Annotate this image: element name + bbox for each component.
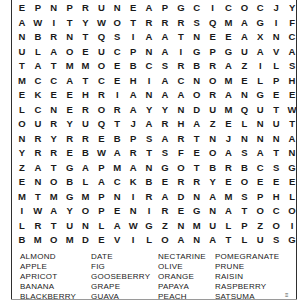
grid-cell-r11c16[interactable]: A [252, 146, 268, 160]
grid-cell-r12c5[interactable]: A [78, 160, 94, 174]
grid-cell-r14c12[interactable]: N [189, 189, 205, 203]
grid-cell-r11c7[interactable]: A [109, 146, 125, 160]
grid-cell-r2c9[interactable]: R [141, 15, 157, 29]
grid-cell-r9c5[interactable]: U [78, 117, 94, 131]
grid-cell-r4c13[interactable]: P [205, 44, 221, 58]
grid-cell-r12c11[interactable]: O [173, 160, 189, 174]
grid-cell-r2c10[interactable]: R [157, 15, 173, 29]
grid-cell-r3c6[interactable]: Q [93, 30, 109, 44]
grid-cell-r4c18[interactable]: A [284, 44, 300, 58]
grid-cell-r3c5[interactable]: T [78, 30, 94, 44]
grid-cell-r10c4[interactable]: R [62, 131, 78, 145]
grid-cell-r13c3[interactable]: O [46, 175, 62, 189]
grid-cell-r17c18[interactable]: G [284, 233, 300, 247]
grid-cell-r15c2[interactable]: W [30, 204, 46, 218]
grid-cell-r8c7[interactable]: R [109, 102, 125, 116]
grid-cell-r16c13[interactable]: U [205, 218, 221, 232]
grid-cell-r1c9[interactable]: A [141, 1, 157, 15]
grid-cell-r2c4[interactable]: T [62, 15, 78, 29]
grid-cell-r1c11[interactable]: G [173, 1, 189, 15]
grid-cell-r12c16[interactable]: C [252, 160, 268, 174]
grid-cell-r15c18[interactable]: O [284, 204, 300, 218]
grid-cell-r2c15[interactable]: A [236, 15, 252, 29]
grid-cell-r16c3[interactable]: T [46, 218, 62, 232]
grid-cell-r12c15[interactable]: B [236, 160, 252, 174]
grid-cell-r15c6[interactable]: P [93, 204, 109, 218]
grid-cell-r2c5[interactable]: Y [78, 15, 94, 29]
grid-cell-r13c6[interactable]: A [93, 175, 109, 189]
grid-cell-r16c12[interactable]: M [189, 218, 205, 232]
grid-cell-r17c2[interactable]: M [30, 233, 46, 247]
grid-cell-r15c5[interactable]: O [78, 204, 94, 218]
grid-cell-r12c13[interactable]: B [205, 160, 221, 174]
grid-cell-r17c14[interactable]: T [221, 233, 237, 247]
grid-cell-r9c6[interactable]: Q [93, 117, 109, 131]
grid-cell-r8c8[interactable]: A [125, 102, 141, 116]
grid-cell-r5c2[interactable]: A [30, 59, 46, 73]
grid-cell-r3c3[interactable]: R [46, 30, 62, 44]
grid-cell-r7c10[interactable]: A [157, 88, 173, 102]
grid-cell-r14c15[interactable]: S [236, 189, 252, 203]
grid-cell-r7c18[interactable]: E [284, 88, 300, 102]
grid-cell-r11c10[interactable]: S [157, 146, 173, 160]
grid-cell-r10c6[interactable]: E [93, 131, 109, 145]
grid-cell-r14c7[interactable]: N [109, 189, 125, 203]
grid-cell-r6c13[interactable]: O [205, 73, 221, 87]
grid-cell-r10c17[interactable]: N [268, 131, 284, 145]
grid-cell-r4c14[interactable]: G [221, 44, 237, 58]
grid-cell-r10c15[interactable]: N [236, 131, 252, 145]
grid-cell-r16c11[interactable]: N [173, 218, 189, 232]
grid-cell-r17c6[interactable]: E [93, 233, 109, 247]
grid-cell-r14c8[interactable]: I [125, 189, 141, 203]
grid-cell-r2c11[interactable]: R [173, 15, 189, 29]
grid-cell-r8c1[interactable]: L [14, 102, 30, 116]
grid-cell-r5c7[interactable]: E [109, 59, 125, 73]
grid-cell-r6c18[interactable]: H [284, 73, 300, 87]
grid-cell-r14c9[interactable]: R [141, 189, 157, 203]
grid-cell-r5c14[interactable]: A [221, 59, 237, 73]
grid-cell-r9c7[interactable]: T [109, 117, 125, 131]
grid-cell-r8c12[interactable]: D [189, 102, 205, 116]
grid-cell-r16c5[interactable]: N [78, 218, 94, 232]
grid-cell-r3c17[interactable]: N [268, 30, 284, 44]
grid-cell-r5c18[interactable]: S [284, 59, 300, 73]
grid-cell-r10c14[interactable]: J [221, 131, 237, 145]
grid-cell-r8c14[interactable]: M [221, 102, 237, 116]
grid-cell-r17c4[interactable]: M [62, 233, 78, 247]
grid-cell-r17c5[interactable]: D [78, 233, 94, 247]
grid-cell-r8c16[interactable]: U [252, 102, 268, 116]
grid-cell-r10c8[interactable]: P [125, 131, 141, 145]
grid-cell-r14c2[interactable]: T [30, 189, 46, 203]
grid-cell-r16c8[interactable]: W [125, 218, 141, 232]
grid-cell-r1c15[interactable]: O [236, 1, 252, 15]
grid-cell-r4c15[interactable]: U [236, 44, 252, 58]
grid-cell-r4c12[interactable]: G [189, 44, 205, 58]
grid-cell-r3c13[interactable]: E [205, 30, 221, 44]
grid-cell-r14c10[interactable]: A [157, 189, 173, 203]
grid-cell-r7c16[interactable]: G [252, 88, 268, 102]
grid-cell-r17c1[interactable]: B [14, 233, 30, 247]
grid-cell-r9c17[interactable]: U [268, 117, 284, 131]
grid-cell-r11c13[interactable]: O [205, 146, 221, 160]
grid-cell-r4c9[interactable]: N [141, 44, 157, 58]
grid-cell-r8c11[interactable]: N [173, 102, 189, 116]
grid-cell-r3c18[interactable]: C [284, 30, 300, 44]
grid-cell-r12c8[interactable]: A [125, 160, 141, 174]
grid-cell-r2c12[interactable]: S [189, 15, 205, 29]
grid-cell-r10c16[interactable]: N [252, 131, 268, 145]
grid-cell-r11c9[interactable]: T [141, 146, 157, 160]
grid-cell-r1c3[interactable]: N [46, 1, 62, 15]
grid-cell-r14c5[interactable]: M [78, 189, 94, 203]
grid-cell-r15c8[interactable]: N [125, 204, 141, 218]
grid-cell-r11c6[interactable]: W [93, 146, 109, 160]
grid-cell-r13c18[interactable]: E [284, 175, 300, 189]
grid-cell-r1c18[interactable]: Y [284, 1, 300, 15]
grid-cell-r3c4[interactable]: N [62, 30, 78, 44]
grid-cell-r4c7[interactable]: C [109, 44, 125, 58]
grid-cell-r17c9[interactable]: L [141, 233, 157, 247]
grid-cell-r15c7[interactable]: E [109, 204, 125, 218]
grid-cell-r2c14[interactable]: M [221, 15, 237, 29]
grid-cell-r16c6[interactable]: L [93, 218, 109, 232]
grid-cell-r2c13[interactable]: Q [205, 15, 221, 29]
grid-cell-r7c7[interactable]: I [109, 88, 125, 102]
grid-cell-r6c2[interactable]: C [30, 73, 46, 87]
grid-cell-r2c17[interactable]: I [268, 15, 284, 29]
grid-cell-r9c9[interactable]: A [141, 117, 157, 131]
grid-cell-r13c12[interactable]: R [189, 175, 205, 189]
grid-cell-r15c4[interactable]: Y [62, 204, 78, 218]
grid-cell-r6c5[interactable]: T [78, 73, 94, 87]
grid-cell-r14c6[interactable]: P [93, 189, 109, 203]
grid-cell-r1c12[interactable]: C [189, 1, 205, 15]
grid-cell-r11c1[interactable]: Y [14, 146, 30, 160]
grid-cell-r11c17[interactable]: T [268, 146, 284, 160]
grid-cell-r14c14[interactable]: M [221, 189, 237, 203]
grid-cell-r9c10[interactable]: R [157, 117, 173, 131]
grid-cell-r4c8[interactable]: P [125, 44, 141, 58]
grid-cell-r9c16[interactable]: N [252, 117, 268, 131]
grid-cell-r8c5[interactable]: R [78, 102, 94, 116]
grid-cell-r7c11[interactable]: A [173, 88, 189, 102]
grid-cell-r3c14[interactable]: E [221, 30, 237, 44]
grid-cell-r8c3[interactable]: N [46, 102, 62, 116]
grid-cell-r14c13[interactable]: A [205, 189, 221, 203]
grid-cell-r17c10[interactable]: O [157, 233, 173, 247]
grid-cell-r15c9[interactable]: I [141, 204, 157, 218]
grid-cell-r6c17[interactable]: P [268, 73, 284, 87]
grid-cell-r6c4[interactable]: A [62, 73, 78, 87]
grid-cell-r2c3[interactable]: I [46, 15, 62, 29]
grid-cell-r10c10[interactable]: A [157, 131, 173, 145]
grid-cell-r3c9[interactable]: A [141, 30, 157, 44]
grid-cell-r12c1[interactable]: Z [14, 160, 30, 174]
grid-cell-r6c1[interactable]: M [14, 73, 30, 87]
grid-cell-r4c10[interactable]: A [157, 44, 173, 58]
grid-cell-r3c16[interactable]: X [252, 30, 268, 44]
grid-cell-r16c14[interactable]: L [221, 218, 237, 232]
grid-cell-r12c2[interactable]: A [30, 160, 46, 174]
grid-cell-r14c3[interactable]: M [46, 189, 62, 203]
grid-cell-r2c7[interactable]: O [109, 15, 125, 29]
grid-cell-r1c14[interactable]: C [221, 1, 237, 15]
grid-cell-r6c14[interactable]: M [221, 73, 237, 87]
grid-cell-r5c10[interactable]: S [157, 59, 173, 73]
grid-cell-r11c18[interactable]: N [284, 146, 300, 160]
grid-cell-r6c8[interactable]: H [125, 73, 141, 87]
grid-cell-r1c8[interactable]: E [125, 1, 141, 15]
grid-cell-r12c14[interactable]: R [221, 160, 237, 174]
grid-cell-r1c16[interactable]: C [252, 1, 268, 15]
grid-cell-r17c15[interactable]: L [236, 233, 252, 247]
grid-cell-r9c18[interactable]: T [284, 117, 300, 131]
grid-cell-r9c11[interactable]: H [173, 117, 189, 131]
grid-cell-r10c13[interactable]: N [205, 131, 221, 145]
grid-cell-r13c2[interactable]: N [30, 175, 46, 189]
grid-cell-r13c13[interactable]: Y [205, 175, 221, 189]
grid-cell-r6c10[interactable]: A [157, 73, 173, 87]
grid-cell-r5c12[interactable]: B [189, 59, 205, 73]
grid-cell-r6c15[interactable]: E [236, 73, 252, 87]
grid-cell-r3c10[interactable]: A [157, 30, 173, 44]
grid-cell-r13c10[interactable]: E [157, 175, 173, 189]
grid-cell-r8c10[interactable]: Y [157, 102, 173, 116]
grid-cell-r13c1[interactable]: E [14, 175, 30, 189]
grid-cell-r11c12[interactable]: E [189, 146, 205, 160]
grid-cell-r7c5[interactable]: H [78, 88, 94, 102]
grid-cell-r11c2[interactable]: R [30, 146, 46, 160]
grid-cell-r10c5[interactable]: R [78, 131, 94, 145]
grid-cell-r7c14[interactable]: A [221, 88, 237, 102]
grid-cell-r1c13[interactable]: I [205, 1, 221, 15]
grid-cell-r9c3[interactable]: R [46, 117, 62, 131]
grid-cell-r15c16[interactable]: O [252, 204, 268, 218]
grid-cell-r15c1[interactable]: I [14, 204, 30, 218]
grid-cell-r7c3[interactable]: E [46, 88, 62, 102]
grid-cell-r15c13[interactable]: N [205, 204, 221, 218]
grid-cell-r9c2[interactable]: U [30, 117, 46, 131]
grid-cell-r7c15[interactable]: N [236, 88, 252, 102]
grid-cell-r10c7[interactable]: B [109, 131, 125, 145]
grid-cell-r7c13[interactable]: R [205, 88, 221, 102]
grid-cell-r16c10[interactable]: Z [157, 218, 173, 232]
grid-cell-r9c4[interactable]: Y [62, 117, 78, 131]
grid-cell-r6c7[interactable]: E [109, 73, 125, 87]
grid-cell-r2c16[interactable]: G [252, 15, 268, 29]
grid-cell-r5c5[interactable]: M [78, 59, 94, 73]
grid-cell-r14c1[interactable]: M [14, 189, 30, 203]
grid-cell-r13c8[interactable]: K [125, 175, 141, 189]
grid-cell-r11c15[interactable]: S [236, 146, 252, 160]
grid-cell-r17c16[interactable]: U [252, 233, 268, 247]
grid-cell-r7c2[interactable]: K [30, 88, 46, 102]
grid-cell-r11c8[interactable]: R [125, 146, 141, 160]
grid-cell-r4c6[interactable]: U [93, 44, 109, 58]
grid-cell-r10c11[interactable]: R [173, 131, 189, 145]
grid-cell-r1c6[interactable]: U [93, 1, 109, 15]
grid-cell-r5c1[interactable]: T [14, 59, 30, 73]
grid-cell-r14c18[interactable]: L [284, 189, 300, 203]
grid-cell-r13c7[interactable]: C [109, 175, 125, 189]
grid-cell-r15c12[interactable]: G [189, 204, 205, 218]
grid-cell-r6c9[interactable]: I [141, 73, 157, 87]
grid-cell-r13c11[interactable]: R [173, 175, 189, 189]
grid-cell-r14c17[interactable]: H [268, 189, 284, 203]
grid-cell-r5c15[interactable]: Z [236, 59, 252, 73]
grid-cell-r13c16[interactable]: E [252, 175, 268, 189]
grid-cell-r11c4[interactable]: E [62, 146, 78, 160]
grid-cell-r4c11[interactable]: I [173, 44, 189, 58]
grid-cell-r4c2[interactable]: L [30, 44, 46, 58]
grid-cell-r6c11[interactable]: C [173, 73, 189, 87]
grid-cell-r11c11[interactable]: F [173, 146, 189, 160]
grid-cell-r5c4[interactable]: M [62, 59, 78, 73]
grid-cell-r3c2[interactable]: B [30, 30, 46, 44]
grid-cell-r1c5[interactable]: R [78, 1, 94, 15]
grid-cell-r6c3[interactable]: C [46, 73, 62, 87]
grid-cell-r5c3[interactable]: T [46, 59, 62, 73]
grid-cell-r9c1[interactable]: O [14, 117, 30, 131]
grid-cell-r15c14[interactable]: A [221, 204, 237, 218]
grid-cell-r9c13[interactable]: Z [205, 117, 221, 131]
grid-cell-r8c6[interactable]: O [93, 102, 109, 116]
grid-cell-r5c6[interactable]: O [93, 59, 109, 73]
grid-cell-r5c13[interactable]: R [205, 59, 221, 73]
grid-cell-r10c2[interactable]: R [30, 131, 46, 145]
grid-cell-r11c14[interactable]: A [221, 146, 237, 160]
grid-cell-r1c2[interactable]: P [30, 1, 46, 15]
grid-cell-r16c15[interactable]: P [236, 218, 252, 232]
grid-cell-r7c1[interactable]: E [14, 88, 30, 102]
grid-cell-r15c3[interactable]: A [46, 204, 62, 218]
grid-cell-r11c5[interactable]: B [78, 146, 94, 160]
grid-cell-r6c16[interactable]: L [252, 73, 268, 87]
grid-cell-r8c2[interactable]: C [30, 102, 46, 116]
grid-cell-r10c18[interactable]: A [284, 131, 300, 145]
grid-cell-r16c4[interactable]: U [62, 218, 78, 232]
grid-cell-r16c18[interactable]: I [284, 218, 300, 232]
grid-cell-r17c7[interactable]: V [109, 233, 125, 247]
grid-cell-r6c6[interactable]: C [93, 73, 109, 87]
grid-cell-r4c1[interactable]: U [14, 44, 30, 58]
grid-cell-r6c12[interactable]: N [189, 73, 205, 87]
grid-cell-r13c9[interactable]: B [141, 175, 157, 189]
grid-cell-r7c8[interactable]: A [125, 88, 141, 102]
grid-cell-r7c4[interactable]: E [62, 88, 78, 102]
grid-cell-r11c3[interactable]: R [46, 146, 62, 160]
grid-cell-r17c17[interactable]: S [268, 233, 284, 247]
grid-cell-r14c16[interactable]: P [252, 189, 268, 203]
grid-cell-r17c3[interactable]: O [46, 233, 62, 247]
grid-cell-r4c16[interactable]: A [252, 44, 268, 58]
grid-cell-r8c18[interactable]: W [284, 102, 300, 116]
grid-cell-r13c17[interactable]: E [268, 175, 284, 189]
grid-cell-r16c16[interactable]: Z [252, 218, 268, 232]
grid-cell-r12c10[interactable]: G [157, 160, 173, 174]
grid-cell-r12c4[interactable]: G [62, 160, 78, 174]
grid-cell-r7c6[interactable]: R [93, 88, 109, 102]
grid-cell-r14c4[interactable]: G [62, 189, 78, 203]
grid-cell-r3c15[interactable]: A [236, 30, 252, 44]
grid-cell-r3c11[interactable]: T [173, 30, 189, 44]
grid-cell-r4c4[interactable]: O [62, 44, 78, 58]
grid-cell-r10c9[interactable]: S [141, 131, 157, 145]
grid-cell-r10c12[interactable]: T [189, 131, 205, 145]
grid-cell-r9c14[interactable]: E [221, 117, 237, 131]
grid-cell-r8c17[interactable]: T [268, 102, 284, 116]
grid-cell-r7c17[interactable]: E [268, 88, 284, 102]
grid-cell-r12c9[interactable]: N [141, 160, 157, 174]
grid-cell-r3c8[interactable]: I [125, 30, 141, 44]
grid-cell-r16c9[interactable]: G [141, 218, 157, 232]
grid-cell-r7c9[interactable]: N [141, 88, 157, 102]
grid-cell-r17c11[interactable]: A [173, 233, 189, 247]
grid-cell-r9c15[interactable]: L [236, 117, 252, 131]
grid-cell-r5c16[interactable]: I [252, 59, 268, 73]
grid-cell-r13c5[interactable]: L [78, 175, 94, 189]
grid-cell-r9c8[interactable]: J [125, 117, 141, 131]
grid-cell-r17c12[interactable]: N [189, 233, 205, 247]
grid-cell-r10c3[interactable]: Y [46, 131, 62, 145]
grid-cell-r1c1[interactable]: E [14, 1, 30, 15]
grid-cell-r2c1[interactable]: A [14, 15, 30, 29]
grid-cell-r16c17[interactable]: O [268, 218, 284, 232]
grid-cell-r15c10[interactable]: R [157, 204, 173, 218]
grid-cell-r9c12[interactable]: A [189, 117, 205, 131]
grid-cell-r13c4[interactable]: B [62, 175, 78, 189]
grid-cell-r4c17[interactable]: V [268, 44, 284, 58]
grid-cell-r2c6[interactable]: W [93, 15, 109, 29]
grid-cell-r3c12[interactable]: N [189, 30, 205, 44]
grid-cell-r16c7[interactable]: A [109, 218, 125, 232]
grid-cell-r5c9[interactable]: C [141, 59, 157, 73]
grid-cell-r2c2[interactable]: W [30, 15, 46, 29]
grid-cell-r1c10[interactable]: P [157, 1, 173, 15]
grid-cell-r15c17[interactable]: C [268, 204, 284, 218]
grid-cell-r1c7[interactable]: N [109, 1, 125, 15]
grid-cell-r17c8[interactable]: I [125, 233, 141, 247]
grid-cell-r5c11[interactable]: R [173, 59, 189, 73]
grid-cell-r2c8[interactable]: T [125, 15, 141, 29]
grid-cell-r14c11[interactable]: D [173, 189, 189, 203]
grid-cell-r3c1[interactable]: N [14, 30, 30, 44]
grid-cell-r5c8[interactable]: B [125, 59, 141, 73]
grid-cell-r8c13[interactable]: U [205, 102, 221, 116]
grid-cell-r15c15[interactable]: T [236, 204, 252, 218]
grid-cell-r12c12[interactable]: T [189, 160, 205, 174]
grid-cell-r4c5[interactable]: E [78, 44, 94, 58]
grid-cell-r15c11[interactable]: E [173, 204, 189, 218]
grid-cell-r16c2[interactable]: R [30, 218, 46, 232]
grid-cell-r5c17[interactable]: L [268, 59, 284, 73]
grid-cell-r2c18[interactable]: F [284, 15, 300, 29]
grid-cell-r1c4[interactable]: P [62, 1, 78, 15]
grid-cell-r16c1[interactable]: L [14, 218, 30, 232]
grid-cell-r17c13[interactable]: A [205, 233, 221, 247]
grid-cell-r12c18[interactable]: G [284, 160, 300, 174]
grid-cell-r7c12[interactable]: O [189, 88, 205, 102]
grid-cell-r13c14[interactable]: E [221, 175, 237, 189]
grid-cell-r12c3[interactable]: T [46, 160, 62, 174]
grid-cell-r8c4[interactable]: E [62, 102, 78, 116]
grid-cell-r12c17[interactable]: S [268, 160, 284, 174]
grid-cell-r12c7[interactable]: M [109, 160, 125, 174]
grid-cell-r1c17[interactable]: J [268, 1, 284, 15]
grid-cell-r4c3[interactable]: A [46, 44, 62, 58]
